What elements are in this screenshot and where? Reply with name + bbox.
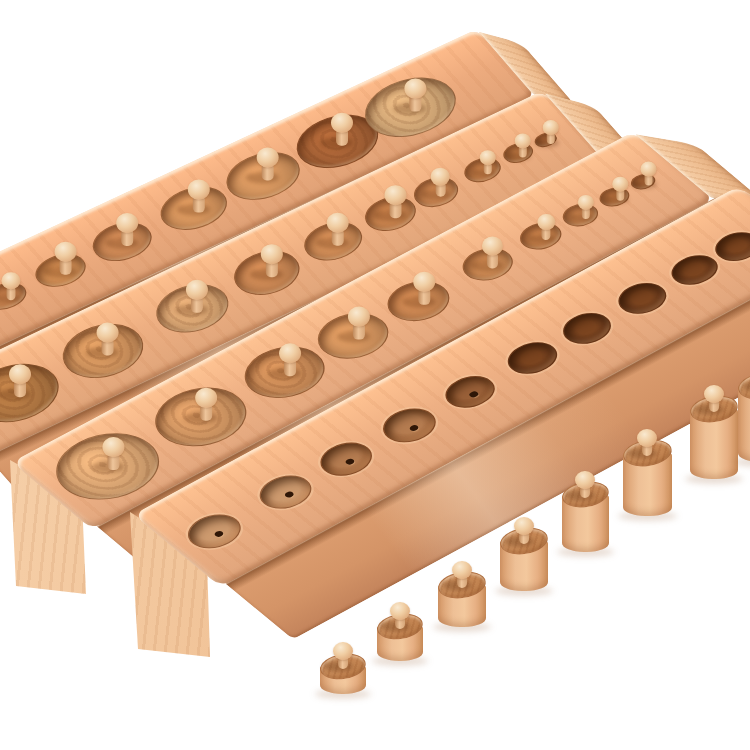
knob-ball — [55, 242, 77, 262]
knob-ball — [515, 133, 531, 148]
empty-socket-hole — [249, 469, 321, 516]
knob-ball — [404, 79, 426, 99]
knob-ball — [637, 429, 657, 447]
removed-cylinder-5 — [558, 455, 613, 558]
empty-socket-hole — [310, 436, 382, 483]
cylinder-knob — [452, 561, 472, 588]
knob-ball — [1, 272, 20, 289]
cylinder-knob — [431, 168, 450, 197]
knob-ball — [97, 322, 119, 342]
removed-cylinder-6 — [619, 413, 676, 522]
product-photo-montessori-cylinder-blocks — [0, 0, 750, 750]
empty-socket-hole — [372, 401, 445, 449]
knob-ball — [331, 113, 353, 133]
cylinder-knob — [188, 180, 210, 213]
knob-ball — [186, 280, 208, 300]
empty-socket-hole — [177, 507, 250, 555]
knobbed-cylinder-in-socket — [83, 215, 161, 269]
knob-ball — [413, 272, 435, 292]
cylinder-knob — [641, 162, 657, 186]
knobbed-cylinder-in-socket — [626, 171, 660, 193]
knob-ball — [641, 162, 657, 177]
removed-cylinder-2 — [373, 587, 427, 667]
cylinder-knob — [9, 364, 31, 397]
socket-pin-hole — [213, 530, 225, 538]
knobbed-cylinder-in-socket — [531, 129, 561, 150]
cylinder-knob — [348, 307, 370, 340]
knob-ball — [390, 602, 410, 620]
knob-ball — [483, 237, 504, 256]
empty-socket-hole — [435, 370, 504, 415]
cylinder-knob — [637, 429, 657, 456]
knob-ball — [514, 517, 534, 535]
knob-ball — [452, 561, 472, 579]
knob-ball — [188, 180, 210, 200]
knob-ball — [537, 214, 555, 230]
cylinder-knob — [704, 385, 724, 412]
cylinder-knob — [116, 213, 138, 246]
knob-ball — [612, 177, 628, 192]
knob-ball — [327, 213, 349, 233]
cylinder-knob — [404, 79, 426, 112]
cylinder-knob — [257, 147, 279, 180]
knobbed-cylinder-in-socket — [376, 273, 462, 329]
removed-cylinder-3 — [434, 545, 490, 633]
cylinder-knob — [1, 272, 20, 300]
knobbed-cylinder-in-socket — [143, 275, 240, 343]
knob-ball — [578, 195, 594, 210]
knob-ball — [543, 120, 559, 135]
knob-ball — [348, 307, 370, 327]
cylinder-knob — [102, 437, 124, 470]
knobbed-cylinder-in-socket — [556, 199, 605, 231]
knob-ball — [116, 213, 138, 233]
cylinder-knob — [333, 642, 353, 669]
knob-ball — [704, 385, 724, 403]
knobbed-cylinder-in-socket — [0, 277, 33, 316]
socket-pin-hole — [468, 391, 479, 398]
empty-socket-hole — [609, 277, 675, 320]
knob-ball — [257, 147, 279, 167]
knob-ball — [9, 364, 31, 384]
cylinder-knob — [327, 213, 349, 246]
knobbed-cylinder-in-socket — [453, 242, 522, 288]
knobbed-cylinder-in-socket — [498, 139, 538, 167]
cylinder-knob — [575, 471, 595, 498]
knob-ball — [279, 343, 301, 363]
knobbed-cylinder-in-socket — [223, 242, 311, 303]
cylinder-knob — [483, 237, 504, 269]
cylinder-knob — [578, 195, 594, 219]
knobbed-cylinder-in-socket — [511, 217, 569, 255]
removed-cylinder-4 — [496, 501, 552, 597]
cylinder-knob — [186, 280, 208, 313]
knob-ball — [431, 168, 450, 186]
cylinder-knob — [331, 113, 353, 146]
cylinder-knob — [514, 517, 534, 544]
knobbed-cylinder-in-socket — [138, 376, 264, 458]
knobbed-cylinder-in-socket — [48, 313, 156, 389]
removed-cylinder-1 — [316, 627, 370, 700]
cylinder-knob — [543, 120, 559, 144]
knob-ball — [102, 437, 124, 457]
knobbed-cylinder-in-socket — [594, 183, 635, 210]
cylinder-knob — [390, 602, 410, 629]
knob-ball — [195, 388, 217, 408]
knobbed-cylinder-in-socket — [149, 178, 238, 239]
knobbed-cylinder-in-socket — [27, 247, 94, 293]
knob-ball — [479, 150, 495, 165]
cylinder-knob — [413, 272, 435, 305]
knob-ball — [385, 185, 407, 205]
cylinder-knob — [279, 343, 301, 376]
cylinder-knob — [515, 133, 531, 157]
cylinder-knob — [385, 185, 407, 218]
knob-ball — [575, 471, 595, 489]
cylinder-knob — [612, 177, 628, 201]
knob-ball — [333, 642, 353, 660]
cylinder-knob — [537, 214, 555, 240]
socket-pin-hole — [408, 424, 420, 432]
cylinder-knob — [479, 150, 495, 174]
socket-pin-hole — [284, 491, 296, 499]
cylinder-knob — [261, 244, 283, 277]
knobbed-cylinder-in-socket — [458, 153, 507, 188]
knob-ball — [261, 244, 283, 264]
cylinder-knob — [97, 322, 119, 355]
empty-socket-hole — [498, 336, 567, 381]
knobbed-cylinder-in-socket — [294, 214, 372, 269]
removed-cylinder-8 — [734, 346, 750, 468]
cylinder-knob — [55, 242, 77, 275]
empty-socket-hole — [554, 307, 620, 350]
cylinder-knob — [195, 388, 217, 421]
socket-pin-hole — [344, 458, 356, 466]
